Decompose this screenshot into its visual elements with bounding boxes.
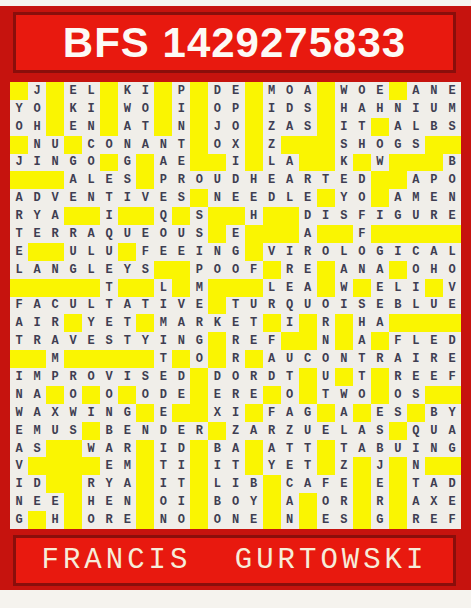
letter-cell: L: [154, 279, 172, 297]
letter-cell: S: [353, 297, 371, 315]
letter-cell: L: [443, 243, 461, 261]
letter-cell: A: [100, 440, 118, 458]
empty-cell: [389, 475, 407, 493]
letter-cell: E: [443, 350, 461, 368]
letter-cell: O: [443, 171, 461, 189]
empty-cell: [245, 279, 263, 297]
letter-cell: E: [226, 82, 244, 100]
empty-cell: [172, 207, 190, 225]
letter-cell: O: [281, 386, 299, 404]
letter-cell: I: [28, 154, 46, 172]
letter-cell: O: [190, 171, 208, 189]
letter-cell: P: [226, 100, 244, 118]
letter-cell: I: [263, 100, 281, 118]
empty-cell: [317, 100, 335, 118]
letter-cell: E: [28, 225, 46, 243]
letter-cell: A: [10, 440, 28, 458]
letter-cell: D: [299, 207, 317, 225]
empty-cell: [371, 225, 389, 243]
empty-cell: [389, 314, 407, 332]
letter-cell: B: [208, 440, 226, 458]
letter-cell: T: [299, 440, 317, 458]
letter-cell: O: [317, 243, 335, 261]
letter-cell: K: [64, 100, 82, 118]
letter-cell: B: [208, 493, 226, 511]
empty-cell: [208, 279, 226, 297]
letter-cell: A: [335, 261, 353, 279]
letter-cell: E: [443, 493, 461, 511]
empty-cell: [28, 457, 46, 475]
book-title: BFS 1429275833: [63, 19, 406, 67]
letter-cell: A: [299, 225, 317, 243]
empty-cell: [190, 404, 208, 422]
empty-cell: [46, 386, 64, 404]
empty-cell: [10, 171, 28, 189]
letter-cell: Z: [226, 422, 244, 440]
letter-cell: E: [64, 189, 82, 207]
letter-cell: H: [46, 511, 64, 529]
letter-cell: M: [407, 189, 425, 207]
letter-cell: F: [443, 511, 461, 529]
letter-cell: U: [425, 297, 443, 315]
letter-cell: E: [299, 261, 317, 279]
letter-cell: X: [208, 404, 226, 422]
empty-cell: [100, 350, 118, 368]
letter-cell: U: [317, 368, 335, 386]
letter-cell: Z: [281, 422, 299, 440]
letter-cell: Y: [263, 457, 281, 475]
letter-cell: R: [28, 332, 46, 350]
letter-cell: T: [353, 368, 371, 386]
letter-cell: G: [64, 261, 82, 279]
letter-cell: A: [425, 475, 443, 493]
empty-cell: [136, 350, 154, 368]
letter-cell: E: [172, 154, 190, 172]
empty-cell: [136, 314, 154, 332]
letter-cell: R: [371, 350, 389, 368]
letter-cell: T: [172, 136, 190, 154]
empty-cell: [64, 314, 82, 332]
empty-cell: [299, 368, 317, 386]
letter-cell: O: [28, 100, 46, 118]
letter-cell: S: [118, 171, 136, 189]
empty-cell: [371, 386, 389, 404]
letter-cell: T: [281, 368, 299, 386]
letter-cell: E: [172, 386, 190, 404]
letter-cell: S: [172, 189, 190, 207]
empty-cell: [46, 118, 64, 136]
letter-cell: E: [371, 475, 389, 493]
letter-cell: O: [353, 82, 371, 100]
letter-cell: G: [389, 207, 407, 225]
empty-cell: [317, 118, 335, 136]
empty-cell: [425, 136, 443, 154]
empty-cell: [317, 440, 335, 458]
empty-cell: [100, 100, 118, 118]
empty-cell: [425, 314, 443, 332]
letter-cell: E: [172, 243, 190, 261]
letter-cell: O: [10, 118, 28, 136]
empty-cell: [299, 332, 317, 350]
letter-cell: E: [100, 493, 118, 511]
letter-cell: E: [172, 422, 190, 440]
letter-cell: T: [118, 332, 136, 350]
letter-cell: U: [245, 297, 263, 315]
letter-cell: I: [226, 404, 244, 422]
letter-cell: A: [353, 440, 371, 458]
letter-cell: E: [245, 189, 263, 207]
empty-cell: [263, 511, 281, 529]
letter-cell: N: [425, 440, 443, 458]
empty-cell: [46, 82, 64, 100]
letter-cell: E: [317, 422, 335, 440]
empty-cell: [208, 154, 226, 172]
letter-cell: T: [245, 314, 263, 332]
empty-cell: [10, 279, 28, 297]
empty-cell: [443, 386, 461, 404]
letter-cell: S: [100, 332, 118, 350]
empty-cell: [136, 493, 154, 511]
letter-cell: U: [299, 297, 317, 315]
letter-cell: B: [425, 404, 443, 422]
letter-cell: R: [10, 207, 28, 225]
letter-cell: T: [317, 171, 335, 189]
letter-cell: I: [208, 457, 226, 475]
letter-cell: I: [317, 207, 335, 225]
empty-cell: [245, 440, 263, 458]
letter-cell: X: [46, 404, 64, 422]
letter-cell: W: [82, 440, 100, 458]
letter-cell: V: [263, 243, 281, 261]
empty-cell: [28, 350, 46, 368]
empty-cell: [389, 154, 407, 172]
letter-cell: K: [208, 314, 226, 332]
letter-cell: I: [154, 440, 172, 458]
letter-cell: U: [46, 136, 64, 154]
letter-cell: R: [172, 171, 190, 189]
letter-cell: I: [10, 475, 28, 493]
letter-cell: R: [118, 440, 136, 458]
empty-cell: [64, 136, 82, 154]
letter-cell: O: [64, 386, 82, 404]
letter-cell: T: [136, 297, 154, 315]
letter-cell: D: [443, 332, 461, 350]
letter-cell: S: [136, 261, 154, 279]
letter-cell: M: [118, 457, 136, 475]
empty-cell: [407, 225, 425, 243]
empty-cell: [64, 493, 82, 511]
letter-cell: L: [82, 82, 100, 100]
empty-cell: [10, 82, 28, 100]
letter-cell: R: [190, 422, 208, 440]
letter-cell: Y: [82, 314, 100, 332]
letter-cell: S: [389, 404, 407, 422]
letter-cell: E: [154, 243, 172, 261]
letter-cell: A: [389, 189, 407, 207]
letter-cell: E: [371, 297, 389, 315]
empty-cell: [443, 136, 461, 154]
empty-cell: [389, 457, 407, 475]
empty-cell: [299, 386, 317, 404]
letter-cell: W: [335, 386, 353, 404]
letter-cell: T: [281, 440, 299, 458]
letter-cell: J: [371, 457, 389, 475]
empty-cell: [136, 279, 154, 297]
empty-cell: [136, 457, 154, 475]
letter-cell: I: [226, 154, 244, 172]
letter-cell: N: [208, 189, 226, 207]
empty-cell: [389, 171, 407, 189]
empty-cell: [335, 225, 353, 243]
letter-cell: L: [82, 261, 100, 279]
empty-cell: [172, 261, 190, 279]
empty-cell: [443, 457, 461, 475]
empty-cell: [118, 386, 136, 404]
letter-cell: R: [389, 368, 407, 386]
empty-cell: [118, 279, 136, 297]
empty-cell: [190, 457, 208, 475]
empty-cell: [190, 118, 208, 136]
letter-cell: L: [407, 332, 425, 350]
letter-cell: X: [425, 493, 443, 511]
letter-cell: D: [172, 440, 190, 458]
letter-cell: I: [407, 279, 425, 297]
letter-cell: I: [82, 100, 100, 118]
letter-cell: N: [407, 457, 425, 475]
letter-cell: G: [190, 332, 208, 350]
letter-cell: A: [389, 350, 407, 368]
empty-cell: [263, 475, 281, 493]
empty-cell: [389, 511, 407, 529]
letter-cell: G: [371, 511, 389, 529]
letter-cell: I: [281, 243, 299, 261]
empty-cell: [245, 243, 263, 261]
letter-cell: N: [208, 243, 226, 261]
letter-cell: A: [299, 82, 317, 100]
letter-cell: M: [443, 100, 461, 118]
letter-cell: S: [335, 511, 353, 529]
empty-cell: [353, 511, 371, 529]
empty-cell: [245, 136, 263, 154]
letter-cell: O: [190, 350, 208, 368]
empty-cell: [443, 225, 461, 243]
letter-cell: L: [335, 422, 353, 440]
letter-cell: A: [281, 118, 299, 136]
empty-cell: [371, 332, 389, 350]
letter-cell: D: [208, 82, 226, 100]
empty-cell: [353, 154, 371, 172]
letter-cell: G: [118, 154, 136, 172]
letter-cell: M: [154, 314, 172, 332]
empty-cell: [208, 225, 226, 243]
letter-cell: S: [407, 136, 425, 154]
empty-cell: [353, 457, 371, 475]
empty-cell: [281, 332, 299, 350]
letter-cell: R: [226, 386, 244, 404]
letter-cell: I: [154, 332, 172, 350]
letter-cell: F: [353, 225, 371, 243]
empty-cell: [82, 207, 100, 225]
letter-cell: I: [28, 314, 46, 332]
empty-cell: [263, 493, 281, 511]
letter-cell: A: [443, 422, 461, 440]
letter-cell: D: [443, 475, 461, 493]
letter-cell: T: [136, 118, 154, 136]
empty-cell: [317, 136, 335, 154]
empty-cell: [281, 225, 299, 243]
letter-cell: A: [299, 279, 317, 297]
letter-cell: S: [28, 440, 46, 458]
letter-cell: E: [281, 457, 299, 475]
letter-cell: E: [154, 368, 172, 386]
letter-cell: E: [371, 404, 389, 422]
letter-cell: O: [154, 225, 172, 243]
empty-cell: [281, 136, 299, 154]
letter-cell: D: [28, 189, 46, 207]
letter-cell: U: [64, 243, 82, 261]
letter-cell: O: [226, 261, 244, 279]
letter-cell: E: [10, 243, 28, 261]
letter-cell: V: [136, 189, 154, 207]
letter-cell: I: [335, 297, 353, 315]
empty-cell: [443, 314, 461, 332]
letter-cell: A: [172, 314, 190, 332]
letter-cell: T: [10, 332, 28, 350]
letter-cell: Z: [263, 136, 281, 154]
empty-cell: [190, 440, 208, 458]
empty-cell: [64, 457, 82, 475]
empty-cell: [190, 386, 208, 404]
letter-cell: V: [46, 189, 64, 207]
letter-cell: I: [407, 350, 425, 368]
letter-cell: G: [64, 154, 82, 172]
letter-cell: E: [407, 368, 425, 386]
letter-cell: O: [82, 368, 100, 386]
letter-cell: S: [443, 118, 461, 136]
letter-cell: Y: [136, 332, 154, 350]
letter-cell: Y: [118, 261, 136, 279]
letter-cell: A: [299, 475, 317, 493]
empty-cell: [425, 457, 443, 475]
letter-cell: A: [28, 297, 46, 315]
letter-cell: U: [118, 225, 136, 243]
letter-cell: I: [172, 100, 190, 118]
letter-cell: O: [353, 386, 371, 404]
letter-cell: U: [407, 207, 425, 225]
letter-cell: A: [118, 297, 136, 315]
letter-cell: R: [299, 243, 317, 261]
empty-cell: [82, 457, 100, 475]
letter-cell: U: [64, 297, 82, 315]
letter-cell: Z: [263, 118, 281, 136]
letter-cell: L: [82, 171, 100, 189]
empty-cell: [353, 279, 371, 297]
letter-cell: L: [281, 189, 299, 207]
letter-cell: S: [190, 225, 208, 243]
empty-cell: [371, 118, 389, 136]
letter-cell: U: [208, 171, 226, 189]
letter-cell: T: [335, 440, 353, 458]
letter-cell: W: [118, 100, 136, 118]
letter-cell: A: [46, 332, 64, 350]
letter-cell: R: [226, 332, 244, 350]
empty-cell: [299, 136, 317, 154]
empty-cell: [263, 207, 281, 225]
letter-cell: E: [100, 314, 118, 332]
letter-cell: L: [263, 154, 281, 172]
letter-cell: S: [190, 207, 208, 225]
letter-cell: S: [335, 136, 353, 154]
empty-cell: [190, 82, 208, 100]
letter-cell: L: [335, 243, 353, 261]
empty-cell: [208, 350, 226, 368]
letter-cell: O: [226, 118, 244, 136]
letter-cell: A: [263, 440, 281, 458]
letter-cell: E: [28, 493, 46, 511]
letter-cell: R: [263, 422, 281, 440]
letter-cell: V: [100, 368, 118, 386]
empty-cell: [10, 136, 28, 154]
letter-cell: Y: [443, 404, 461, 422]
letter-cell: P: [46, 368, 64, 386]
letter-cell: O: [208, 511, 226, 529]
letter-cell: R: [226, 350, 244, 368]
letter-cell: E: [425, 332, 443, 350]
letter-cell: T: [118, 314, 136, 332]
empty-cell: [245, 457, 263, 475]
letter-cell: O: [389, 386, 407, 404]
letter-cell: L: [82, 243, 100, 261]
empty-cell: [64, 440, 82, 458]
letter-cell: B: [425, 118, 443, 136]
letter-cell: G: [371, 243, 389, 261]
letter-cell: O: [154, 493, 172, 511]
empty-cell: [245, 82, 263, 100]
letter-cell: E: [64, 118, 82, 136]
letter-cell: N: [118, 493, 136, 511]
letter-cell: R: [82, 475, 100, 493]
empty-cell: [172, 350, 190, 368]
letter-cell: R: [46, 314, 64, 332]
letter-cell: E: [425, 511, 443, 529]
empty-cell: [245, 154, 263, 172]
empty-cell: [245, 350, 263, 368]
letter-cell: N: [389, 100, 407, 118]
letter-cell: S: [299, 118, 317, 136]
empty-cell: [353, 475, 371, 493]
letter-cell: N: [118, 136, 136, 154]
letter-cell: H: [425, 261, 443, 279]
letter-cell: N: [10, 493, 28, 511]
letter-cell: S: [407, 386, 425, 404]
empty-cell: [335, 332, 353, 350]
letter-cell: N: [281, 511, 299, 529]
letter-cell: Q: [281, 297, 299, 315]
empty-cell: [317, 457, 335, 475]
empty-cell: [46, 100, 64, 118]
empty-cell: [425, 386, 443, 404]
letter-cell: F: [245, 261, 263, 279]
letter-cell: M: [190, 279, 208, 297]
letter-cell: R: [100, 511, 118, 529]
letter-cell: U: [46, 422, 64, 440]
letter-cell: T: [226, 297, 244, 315]
letter-cell: F: [353, 207, 371, 225]
empty-cell: [407, 314, 425, 332]
letter-cell: N: [335, 350, 353, 368]
empty-cell: [46, 279, 64, 297]
letter-cell: M: [28, 368, 46, 386]
